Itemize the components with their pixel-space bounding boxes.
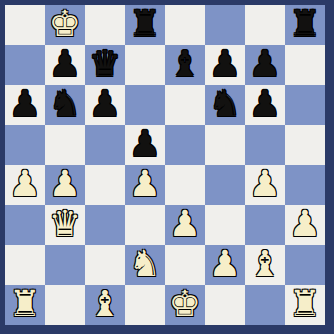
black-rook-icon: ♜ [129,5,161,44]
square-e1[interactable]: ♚ [165,285,205,325]
square-e6[interactable] [165,85,205,125]
square-d7[interactable] [125,45,165,85]
square-c2[interactable] [85,245,125,285]
square-g1[interactable] [245,285,285,325]
square-g7[interactable]: ♟ [245,45,285,85]
black-queen-icon: ♛ [89,45,121,84]
white-pawn-icon: ♟ [209,245,241,284]
black-pawn-icon: ♟ [249,45,281,84]
white-king-icon: ♚ [169,285,201,324]
square-d6[interactable] [125,85,165,125]
black-knight-icon: ♞ [49,85,81,124]
square-g3[interactable] [245,205,285,245]
white-pawn-icon: ♟ [289,205,321,244]
black-knight-icon: ♞ [209,85,241,124]
square-f2[interactable]: ♟ [205,245,245,285]
black-rook-icon: ♜ [289,5,321,44]
square-d8[interactable]: ♜ [125,5,165,45]
white-king-icon: ♚ [49,5,81,44]
square-e5[interactable] [165,125,205,165]
black-pawn-icon: ♟ [89,85,121,124]
square-c3[interactable] [85,205,125,245]
square-a8[interactable] [5,5,45,45]
square-c7[interactable]: ♛ [85,45,125,85]
white-pawn-icon: ♟ [169,205,201,244]
black-pawn-icon: ♟ [49,45,81,84]
square-h4[interactable] [285,165,325,205]
square-g2[interactable]: ♝ [245,245,285,285]
square-b2[interactable] [45,245,85,285]
white-rook-icon: ♜ [289,285,321,324]
square-h3[interactable]: ♟ [285,205,325,245]
square-d3[interactable] [125,205,165,245]
square-h8[interactable]: ♜ [285,5,325,45]
square-d5[interactable]: ♟ [125,125,165,165]
square-e7[interactable]: ♝ [165,45,205,85]
square-h5[interactable] [285,125,325,165]
white-pawn-icon: ♟ [129,165,161,204]
square-h2[interactable] [285,245,325,285]
square-c8[interactable] [85,5,125,45]
square-b1[interactable] [45,285,85,325]
white-pawn-icon: ♟ [9,165,41,204]
square-a4[interactable]: ♟ [5,165,45,205]
black-bishop-icon: ♝ [169,45,201,84]
square-a5[interactable] [5,125,45,165]
square-b4[interactable]: ♟ [45,165,85,205]
square-c4[interactable] [85,165,125,205]
square-e3[interactable]: ♟ [165,205,205,245]
square-a7[interactable] [5,45,45,85]
square-f1[interactable] [205,285,245,325]
square-f3[interactable] [205,205,245,245]
white-bishop-icon: ♝ [89,285,121,324]
square-f4[interactable] [205,165,245,205]
square-a1[interactable]: ♜ [5,285,45,325]
square-d2[interactable]: ♞ [125,245,165,285]
black-pawn-icon: ♟ [249,85,281,124]
square-c6[interactable]: ♟ [85,85,125,125]
square-b7[interactable]: ♟ [45,45,85,85]
white-pawn-icon: ♟ [49,165,81,204]
square-c5[interactable] [85,125,125,165]
square-f7[interactable]: ♟ [205,45,245,85]
white-pawn-icon: ♟ [249,165,281,204]
square-h6[interactable] [285,85,325,125]
square-g6[interactable]: ♟ [245,85,285,125]
square-e4[interactable] [165,165,205,205]
square-d4[interactable]: ♟ [125,165,165,205]
square-b6[interactable]: ♞ [45,85,85,125]
square-g5[interactable] [245,125,285,165]
square-e8[interactable] [165,5,205,45]
square-g4[interactable]: ♟ [245,165,285,205]
black-pawn-icon: ♟ [129,125,161,164]
square-c1[interactable]: ♝ [85,285,125,325]
white-knight-icon: ♞ [129,245,161,284]
square-f8[interactable] [205,5,245,45]
chess-board-frame: ♚♜♜♟♛♝♟♟♟♞♟♞♟♟♟♟♟♟♛♟♟♞♟♝♜♝♚♜ [0,0,334,334]
square-a3[interactable] [5,205,45,245]
chess-board: ♚♜♜♟♛♝♟♟♟♞♟♞♟♟♟♟♟♟♛♟♟♞♟♝♜♝♚♜ [5,5,325,325]
white-rook-icon: ♜ [9,285,41,324]
white-bishop-icon: ♝ [249,245,281,284]
square-d1[interactable] [125,285,165,325]
square-e2[interactable] [165,245,205,285]
square-f6[interactable]: ♞ [205,85,245,125]
square-b5[interactable] [45,125,85,165]
square-f5[interactable] [205,125,245,165]
square-b8[interactable]: ♚ [45,5,85,45]
square-h7[interactable] [285,45,325,85]
square-h1[interactable]: ♜ [285,285,325,325]
square-b3[interactable]: ♛ [45,205,85,245]
black-pawn-icon: ♟ [209,45,241,84]
white-queen-icon: ♛ [49,205,81,244]
black-pawn-icon: ♟ [9,85,41,124]
square-g8[interactable] [245,5,285,45]
square-a6[interactable]: ♟ [5,85,45,125]
square-a2[interactable] [5,245,45,285]
